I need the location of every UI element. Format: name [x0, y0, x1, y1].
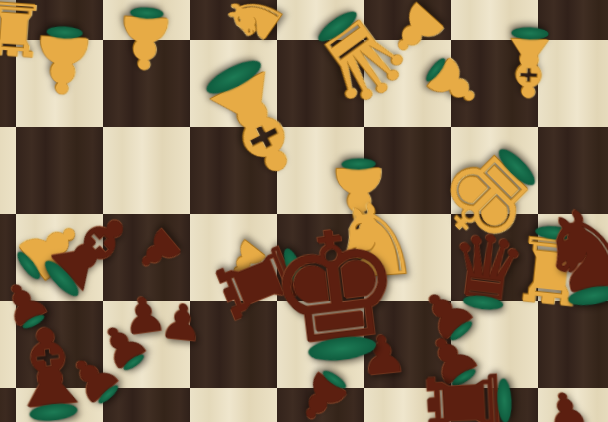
board-square	[0, 127, 16, 214]
pawn-glyph: ♟	[540, 383, 591, 422]
board-square	[190, 388, 277, 422]
piece-white-pawn[interactable]: ♟	[428, 55, 482, 115]
piece-black-pawn[interactable]: ♟	[295, 370, 347, 422]
piece-black-pawn[interactable]: ♟	[160, 298, 203, 346]
piece-black-knight[interactable]: ♞	[537, 196, 608, 306]
piece-black-bishop[interactable]: ♝	[47, 200, 137, 300]
piece-black-king[interactable]: ♚	[269, 213, 402, 361]
piece-black-pawn[interactable]: ♟	[545, 387, 586, 422]
piece-white-bishop[interactable]: ♝	[493, 26, 565, 106]
piece-black-rook[interactable]: ♜	[422, 356, 507, 422]
piece-white-pawn[interactable]: ♟	[28, 25, 98, 103]
pawn-glyph: ♟	[158, 296, 206, 348]
piece-white-bishop[interactable]: ♝	[200, 60, 317, 190]
piece-white-pawn[interactable]: ♟	[113, 7, 178, 79]
chessboard-photo: ♜♟♟♞♛♟♟♝♝♟♚♟♟♜♞♟♝♟♝♟♟♟♟♜♟♟♚♛♟♟♜♞♟ Overhe…	[0, 0, 608, 422]
